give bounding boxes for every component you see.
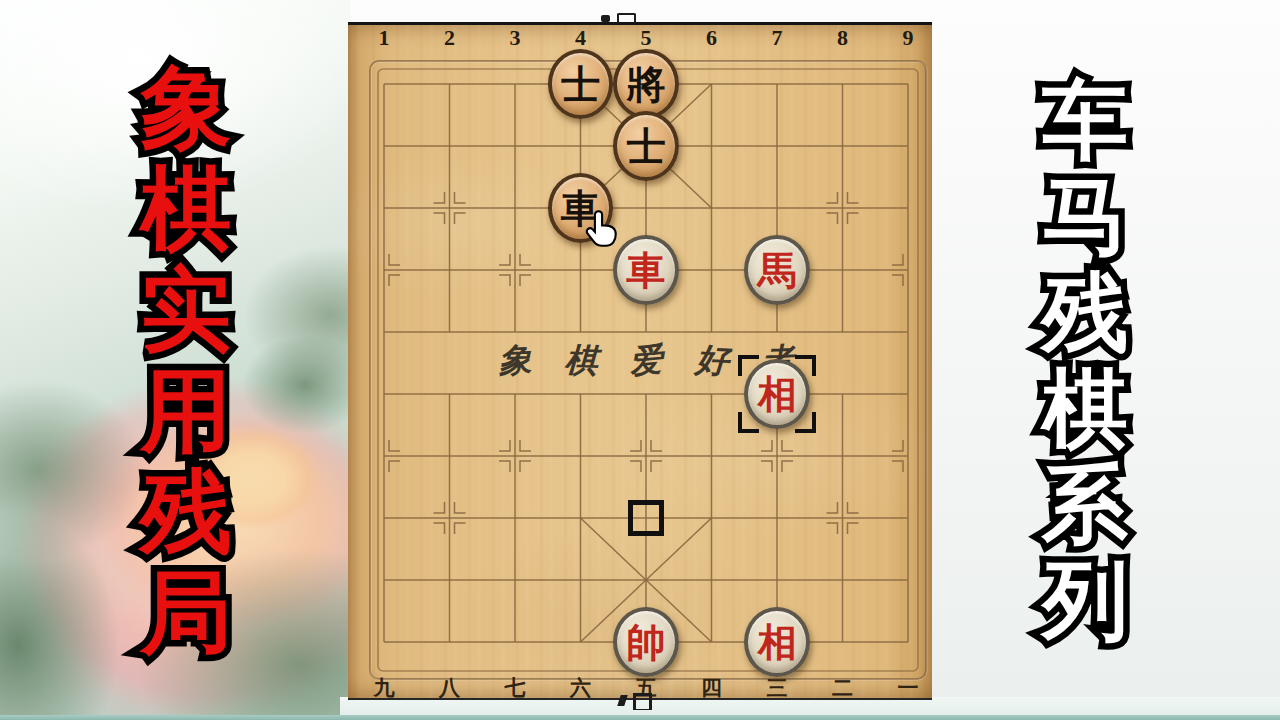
banner-char (126, 562, 246, 663)
video-frame: 123456789 象棋爱好者 士將士車車馬相帥相 九八七六五四三二一 (0, 0, 1280, 720)
board-intersection[interactable] (351, 177, 417, 239)
board-intersection[interactable] (810, 177, 876, 239)
board-intersection[interactable] (548, 239, 614, 301)
board-intersection[interactable] (744, 115, 810, 177)
board-intersection[interactable] (679, 425, 745, 487)
board-intersection[interactable] (417, 301, 483, 363)
board-intersection[interactable] (548, 363, 614, 425)
board-intersection[interactable] (810, 487, 876, 549)
board-intersection[interactable] (613, 425, 679, 487)
board-intersection[interactable] (548, 301, 614, 363)
piece-black-advisor[interactable]: 士 (548, 49, 614, 119)
board-intersection[interactable]: 士 (548, 53, 614, 115)
board-intersection[interactable] (679, 239, 745, 301)
piece-black-general[interactable]: 將 (613, 49, 679, 119)
board-intersection[interactable] (417, 177, 483, 239)
board-intersection[interactable] (548, 115, 614, 177)
piece-red-elephant[interactable]: 相 (744, 359, 810, 429)
board-intersection[interactable] (875, 549, 932, 611)
board-intersection[interactable] (810, 115, 876, 177)
file-label-bottom: 七 (505, 674, 526, 700)
banner-char (1022, 72, 1148, 168)
board-intersection[interactable] (351, 363, 417, 425)
file-label-bottom: 八 (439, 674, 460, 700)
file-label-bottom: 四 (701, 674, 722, 700)
banner-char (126, 461, 246, 562)
clipped-fragment-top (601, 15, 610, 22)
board-intersection[interactable] (351, 549, 417, 611)
board-intersection[interactable] (417, 115, 483, 177)
board-intersection[interactable] (417, 239, 483, 301)
board-intersection[interactable] (744, 425, 810, 487)
board-intersection[interactable] (482, 611, 548, 673)
file-label-top: 3 (510, 25, 521, 51)
file-label-bottom: 六 (570, 674, 591, 700)
board-intersection[interactable] (679, 363, 745, 425)
board-intersection[interactable] (744, 549, 810, 611)
board-intersection[interactable] (744, 177, 810, 239)
board-intersection[interactable] (351, 53, 417, 115)
board-intersection[interactable] (875, 301, 932, 363)
board-intersection[interactable] (417, 611, 483, 673)
board-intersection[interactable] (548, 425, 614, 487)
banner-char (1022, 552, 1148, 648)
banner-char (1022, 360, 1148, 456)
board-intersection[interactable] (482, 487, 548, 549)
board-intersection[interactable] (875, 239, 932, 301)
board-intersection[interactable] (548, 487, 614, 549)
file-label-top: 7 (772, 25, 783, 51)
board-intersection[interactable] (679, 177, 745, 239)
board-intersection[interactable] (613, 549, 679, 611)
board-intersection[interactable] (875, 53, 932, 115)
file-label-top: 6 (706, 25, 717, 51)
board-intersection[interactable] (417, 53, 483, 115)
bottom-edge-line (0, 715, 1280, 720)
board-intersection[interactable] (679, 115, 745, 177)
board-intersection[interactable]: 相 (744, 363, 810, 425)
board-intersection[interactable] (679, 487, 745, 549)
board-intersection[interactable]: 車 (548, 177, 614, 239)
board-intersection[interactable] (810, 549, 876, 611)
board-intersection[interactable]: 將 (613, 53, 679, 115)
board-intersection[interactable] (482, 549, 548, 611)
banner-char (1022, 168, 1148, 264)
board-intersection[interactable] (810, 363, 876, 425)
left-banner (126, 57, 246, 663)
board-intersection[interactable] (875, 363, 932, 425)
board-intersection[interactable] (482, 177, 548, 239)
board-intersection[interactable] (351, 115, 417, 177)
board-intersection[interactable] (810, 239, 876, 301)
board-intersection[interactable] (744, 53, 810, 115)
board-intersection[interactable] (875, 177, 932, 239)
piece-black-advisor[interactable]: 士 (613, 111, 679, 181)
banner-char (126, 259, 246, 360)
clipped-fragment-top (617, 13, 636, 24)
board-intersection[interactable]: 馬 (744, 239, 810, 301)
board-intersection[interactable] (351, 301, 417, 363)
board-intersection[interactable] (482, 363, 548, 425)
file-label-top: 5 (641, 25, 652, 51)
board-intersection[interactable] (613, 177, 679, 239)
board-intersection[interactable] (417, 363, 483, 425)
board-intersection[interactable] (810, 53, 876, 115)
file-label-bottom: 一 (898, 674, 919, 700)
clipped-fragment-bottom (633, 693, 652, 710)
file-label-top: 8 (837, 25, 848, 51)
xiangqi-board-panel: 123456789 象棋爱好者 士將士車車馬相帥相 九八七六五四三二一 (348, 22, 932, 700)
board-intersection[interactable] (482, 425, 548, 487)
file-label-bottom: 三 (767, 674, 788, 700)
board-intersection[interactable] (482, 115, 548, 177)
board-intersection[interactable] (679, 611, 745, 673)
board-intersection[interactable] (744, 487, 810, 549)
board-intersection[interactable]: 相 (744, 611, 810, 673)
board-intersection[interactable] (482, 53, 548, 115)
piece-red-general[interactable]: 帥 (613, 607, 679, 677)
board-intersection[interactable] (351, 239, 417, 301)
board-intersection[interactable] (417, 549, 483, 611)
board-intersection[interactable] (679, 549, 745, 611)
board-intersection[interactable] (613, 301, 679, 363)
board-intersection[interactable] (351, 611, 417, 673)
board-intersection[interactable] (679, 301, 745, 363)
banner-char (126, 57, 246, 158)
board-intersection[interactable] (548, 549, 614, 611)
banner-char (1022, 456, 1148, 552)
board-intersection[interactable] (810, 301, 876, 363)
file-label-bottom: 二 (832, 674, 853, 700)
board-intersection[interactable] (417, 487, 483, 549)
board-intersection[interactable]: 士 (613, 115, 679, 177)
board-intersection[interactable] (875, 425, 932, 487)
piece-black-chariot[interactable]: 車 (548, 173, 614, 243)
file-label-top: 2 (444, 25, 455, 51)
board-intersection[interactable] (613, 487, 679, 549)
board-intersection[interactable] (351, 425, 417, 487)
board-intersection[interactable] (875, 487, 932, 549)
board-intersection[interactable] (875, 115, 932, 177)
board-intersection[interactable] (744, 301, 810, 363)
board-intersection[interactable] (417, 425, 483, 487)
board-intersection[interactable]: 帥 (613, 611, 679, 673)
piece-red-horse[interactable]: 馬 (744, 235, 810, 305)
piece-red-chariot[interactable]: 車 (613, 235, 679, 305)
board-intersection[interactable] (810, 425, 876, 487)
file-label-top: 4 (575, 25, 586, 51)
banner-char (1022, 264, 1148, 360)
banner-char (126, 158, 246, 259)
board-intersection[interactable] (482, 301, 548, 363)
right-banner (1022, 72, 1148, 648)
piece-red-elephant[interactable]: 相 (744, 607, 810, 677)
banner-char (126, 360, 246, 461)
board-intersection[interactable] (613, 363, 679, 425)
board-intersection[interactable] (548, 611, 614, 673)
board-intersection[interactable] (482, 239, 548, 301)
board-intersection[interactable]: 車 (613, 239, 679, 301)
board-grid: 士將士車車馬相帥相 (351, 53, 932, 673)
board-intersection[interactable] (875, 611, 932, 673)
file-label-bottom: 九 (374, 674, 395, 700)
board-intersection[interactable] (351, 487, 417, 549)
file-label-top: 9 (903, 25, 914, 51)
file-label-top: 1 (379, 25, 390, 51)
board-intersection[interactable] (679, 53, 745, 115)
board-intersection[interactable] (810, 611, 876, 673)
